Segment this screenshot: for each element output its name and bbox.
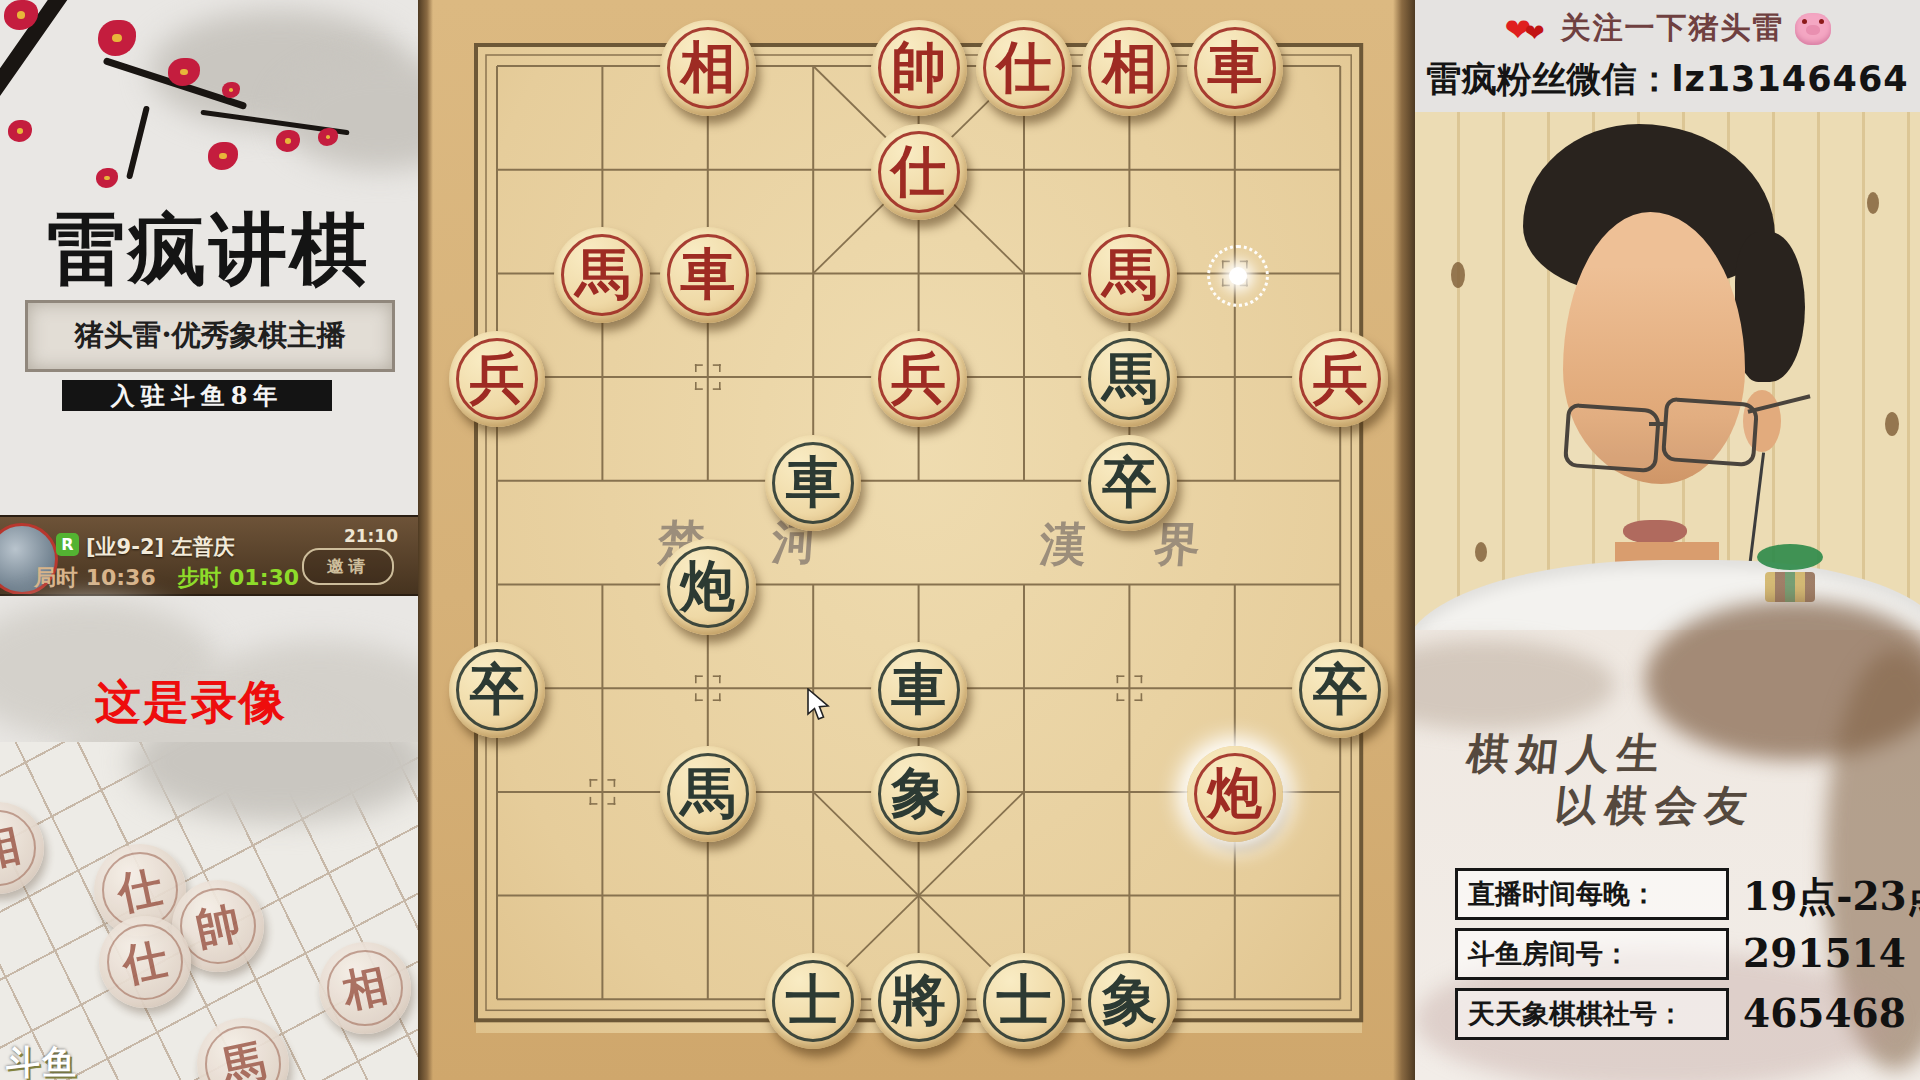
piece-black-馬[interactable]: 馬 [1081, 331, 1177, 427]
piece-red-兵[interactable]: 兵 [449, 331, 545, 427]
room-value: 291514 [1743, 930, 1906, 976]
channel-title: 雷疯讲棋 [0, 198, 418, 303]
piece-black-馬[interactable]: 馬 [660, 746, 756, 842]
person-hair [1735, 232, 1805, 382]
hearts-icon: ❤❤ [1505, 11, 1551, 47]
piece-black-卒[interactable]: 卒 [449, 642, 545, 738]
piece-black-卒[interactable]: 卒 [1081, 435, 1177, 531]
banner-text: 入驻斗鱼8年 [111, 380, 284, 412]
douyu-watermark: 斗鱼 [6, 1040, 78, 1080]
piece-black-將[interactable]: 將 [871, 953, 967, 1049]
info-row-room: 斗鱼房间号： 291514 [1455, 928, 1915, 976]
move-time: 步时 01:30 [177, 565, 299, 590]
piece-black-炮[interactable]: 炮 [660, 539, 756, 635]
board-right-edge [1393, 0, 1415, 1080]
decor-board-photo: 相 仕 帥 仕 相 馬 [0, 742, 418, 1080]
piece-red-車[interactable]: 車 [1187, 20, 1283, 116]
piece-red-炮[interactable]: 炮 [1187, 746, 1283, 842]
piece-black-象[interactable]: 象 [1081, 953, 1177, 1049]
plum-blossom-art [0, 0, 418, 195]
tshirt-logo [1757, 544, 1823, 570]
right-panel: ❤❤ 关注一下猪头雷 雷疯粉丝微信：lz13146464 [1415, 0, 1920, 1080]
quote-line2: 以棋会友 [1552, 778, 1758, 834]
plum-branch [126, 105, 150, 179]
subtitle-box: 猪头雷·优秀象棋主播 [25, 300, 395, 372]
piece-red-帥[interactable]: 帥 [871, 20, 967, 116]
piece-red-兵[interactable]: 兵 [871, 331, 967, 427]
piece-red-相[interactable]: 相 [1081, 20, 1177, 116]
club-value: 465468 [1743, 990, 1906, 1036]
plum-blossom [98, 20, 136, 56]
follow-line: ❤❤ 关注一下猪头雷 [1415, 8, 1920, 49]
player-name: [业9-2] 左普庆 [86, 533, 234, 561]
clock-times: 局时 10:36 步时 01:30 [34, 563, 299, 593]
invite-button[interactable]: 邀请 [302, 548, 394, 585]
plum-blossom [276, 130, 300, 152]
rank-badge: R [56, 533, 79, 556]
banner: 入驻斗鱼8年 [62, 380, 332, 411]
piece-black-卒[interactable]: 卒 [1292, 642, 1388, 738]
opponent-info-bar: R [业9-2] 左普庆 局时 10:36 步时 01:30 21:10 邀请 [0, 515, 418, 596]
recording-note: 这是录像 [95, 672, 287, 734]
person-mouth [1623, 520, 1687, 544]
plum-blossom [208, 142, 238, 170]
piece-red-相[interactable]: 相 [660, 20, 756, 116]
mouse-cursor [806, 688, 836, 722]
plum-blossom [96, 168, 118, 188]
xiangqi-board-panel: 楚 河 漢 界 相帥仕相車仕馬車馬兵兵兵炮馬車卒炮卒車卒馬象士將士象 [418, 0, 1415, 1080]
schedule-value: 19点-23点 [1743, 870, 1920, 924]
piece-black-車[interactable]: 車 [765, 435, 861, 531]
follow-text: 关注一下猪头雷 [1561, 8, 1785, 49]
last-move-marker [1207, 245, 1269, 307]
piece-black-象[interactable]: 象 [871, 746, 967, 842]
pig-emoji-icon [1795, 13, 1831, 45]
stream-screen: 雷疯讲棋 猪头雷·优秀象棋主播 入驻斗鱼8年 R [业9-2] 左普庆 局时 1… [0, 0, 1920, 1080]
wechat-id: lz13146464 [1671, 59, 1908, 99]
webcam-video [1415, 112, 1920, 630]
piece-black-士[interactable]: 士 [976, 953, 1072, 1049]
piece-red-兵[interactable]: 兵 [1292, 331, 1388, 427]
wechat-line: 雷疯粉丝微信：lz13146464 [1415, 56, 1920, 103]
piece-red-車[interactable]: 車 [660, 227, 756, 323]
piece-red-仕[interactable]: 仕 [976, 20, 1072, 116]
wechat-label: 雷疯粉丝微信： [1426, 59, 1671, 99]
board-left-edge [418, 0, 433, 1080]
game-time: 局时 10:36 [34, 565, 156, 590]
plum-blossom [8, 120, 32, 142]
piece-red-仕[interactable]: 仕 [871, 124, 967, 220]
info-row-schedule: 直播时间每晚： 19点-23点 [1455, 868, 1915, 916]
info-row-club: 天天象棋棋社号： 465468 [1455, 988, 1915, 1036]
glasses [1565, 400, 1775, 464]
left-sidebar: 雷疯讲棋 猪头雷·优秀象棋主播 入驻斗鱼8年 R [业9-2] 左普庆 局时 1… [0, 0, 418, 1080]
piece-black-士[interactable]: 士 [765, 953, 861, 1049]
quote-line1: 棋如人生 [1464, 726, 1670, 782]
mountain-painting: 棋如人生 以棋会友 直播时间每晚： 19点-23点 斗鱼房间号： 291514 … [1415, 630, 1920, 1080]
piece-black-車[interactable]: 車 [871, 642, 967, 738]
right-header: ❤❤ 关注一下猪头雷 雷疯粉丝微信：lz13146464 [1415, 0, 1920, 112]
subtitle-text: 猪头雷·优秀象棋主播 [74, 316, 345, 356]
wall-clock: 21:10 [344, 526, 398, 546]
